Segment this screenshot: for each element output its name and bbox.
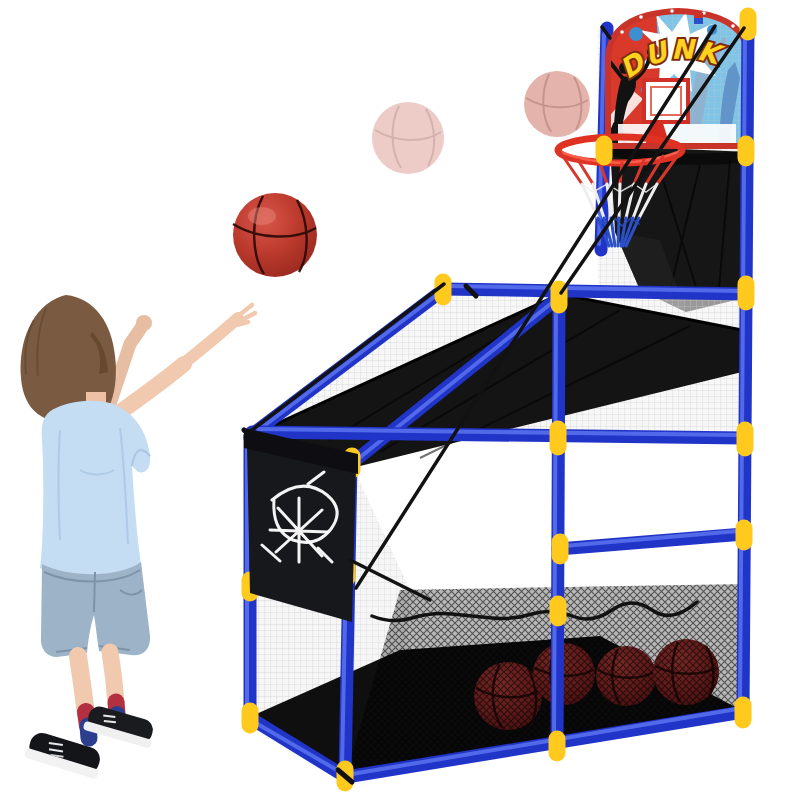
basketball-solid (233, 193, 317, 277)
child-figure (21, 295, 255, 779)
ball-trail (233, 71, 590, 277)
product-photo: DUNK (0, 0, 800, 800)
child-shorts (41, 562, 150, 657)
child-shirt (40, 401, 150, 576)
basketball-ghost-1 (372, 102, 444, 174)
arcade-structure: DUNK (244, 8, 752, 783)
basketball-ghost-2 (524, 71, 590, 137)
child-hand (236, 305, 255, 325)
